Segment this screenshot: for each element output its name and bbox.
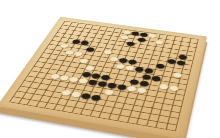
photo-background: ●●●●●●●●●●●●●●●●●●●●●●●●●●●●●●●●●●●●●●●●… xyxy=(0,0,220,138)
board-point: ● xyxy=(154,39,165,45)
black-stone: ● xyxy=(125,40,136,47)
board-point: ● xyxy=(155,62,166,69)
board-point: ● xyxy=(136,36,147,42)
star-point xyxy=(169,47,172,49)
star-point xyxy=(77,34,80,36)
black-stone: ● xyxy=(155,62,166,69)
board-point: ● xyxy=(125,40,136,47)
go-board: ●●●●●●●●●●●●●●●●●●●●●●●●●●●●●●●●●●●●●●●●… xyxy=(0,17,207,138)
board-point xyxy=(174,131,181,136)
board-surface: ●●●●●●●●●●●●●●●●●●●●●●●●●●●●●●●●●●●●●●●●… xyxy=(0,17,207,138)
board-point: ● xyxy=(176,59,187,66)
black-stone: ● xyxy=(136,36,147,42)
black-stone: ● xyxy=(176,59,187,66)
white-stone: ● xyxy=(154,39,165,45)
